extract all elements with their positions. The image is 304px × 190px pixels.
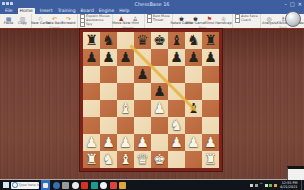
black-rook-piece[interactable]: ♜ [85, 32, 98, 48]
square-g8[interactable]: ♞ [185, 32, 202, 49]
square-a4[interactable] [83, 100, 100, 117]
square-a6[interactable] [83, 66, 100, 83]
taskbar-search-input[interactable]: Type here to search [11, 182, 39, 189]
black-bishop-piece[interactable]: ♝ [170, 32, 183, 48]
white-pawn-piece[interactable]: ♟ [204, 134, 217, 150]
ribbon-group-checks: Best MoveThreat [145, 14, 173, 28]
square-a3[interactable] [83, 117, 100, 134]
white-pawn-piece[interactable]: ♟ [170, 134, 183, 150]
start-button-icon[interactable] [3, 182, 9, 188]
square-c1[interactable]: ♝ [117, 151, 134, 168]
ribbon: ▦Paste▥Copy♘New Game↶Take Back↷ForwardGa… [0, 14, 304, 29]
taskbar-icon-file-explorer[interactable] [119, 182, 126, 189]
square-h5[interactable] [202, 83, 219, 100]
square-a2[interactable]: ♟ [83, 134, 100, 151]
square-c3[interactable] [117, 117, 134, 134]
taskbar-icon-media[interactable] [91, 182, 98, 189]
square-c6[interactable] [117, 66, 134, 83]
square-a5[interactable] [83, 83, 100, 100]
square-e4[interactable]: ♟ [151, 100, 168, 117]
square-f7[interactable]: ♟ [168, 49, 185, 66]
square-h4[interactable] [202, 100, 219, 117]
square-e7[interactable] [151, 49, 168, 66]
search-placeholder: Type here to search [19, 183, 40, 187]
black-pawn-piece[interactable]: ♟ [204, 49, 217, 65]
clock-date: 4/21/2021 [280, 185, 297, 189]
black-bishop-piece[interactable]: ♝ [187, 100, 200, 116]
square-b8[interactable]: ♞ [100, 32, 117, 49]
black-rook-piece[interactable]: ♜ [204, 32, 217, 48]
black-pawn-piece[interactable]: ♟ [136, 66, 149, 82]
square-e1[interactable]: ♚ [151, 151, 168, 168]
square-d8[interactable]: ♛ [134, 32, 151, 49]
black-pawn-piece[interactable]: ♟ [119, 49, 132, 65]
black-king-piece[interactable]: ♚ [153, 32, 166, 48]
ribbon-group-name [2, 26, 29, 29]
tray-icon-network[interactable] [265, 184, 268, 187]
engine-badge-icon[interactable] [285, 11, 301, 27]
square-g5[interactable] [185, 83, 202, 100]
window-title: ChessBase 16 [0, 0, 304, 8]
minimize-button[interactable]: – [285, 0, 288, 8]
white-bishop-piece[interactable]: ♝ [119, 151, 132, 167]
square-a1[interactable]: ♜ [83, 151, 100, 168]
taskbar-icon-browser[interactable] [72, 182, 79, 189]
square-e8[interactable]: ♚ [151, 32, 168, 49]
square-b2[interactable]: ♟ [100, 134, 117, 151]
maximize-button[interactable]: □ [290, 0, 295, 8]
ribbon-button-analysis[interactable]: ◎Analysis [263, 15, 276, 26]
square-h8[interactable]: ♜ [202, 32, 219, 49]
tray-icon-warning[interactable] [274, 184, 277, 187]
tray-icon-antivirus[interactable] [269, 184, 272, 187]
ribbon-button-copy[interactable]: ▥Copy [16, 15, 29, 26]
square-a8[interactable]: ♜ [83, 32, 100, 49]
taskbar-icon-mail[interactable] [62, 182, 69, 189]
black-queen-piece[interactable]: ♛ [136, 32, 149, 48]
square-d7[interactable] [134, 49, 151, 66]
tray-window-icon[interactable] [255, 184, 258, 187]
desktop: ChessBase 16 – □ ✕ FileHomeInsertTrainin… [0, 0, 304, 190]
checkbox-label: Coach [241, 19, 251, 23]
taskbar-active-app-chessbase[interactable] [41, 180, 50, 190]
ribbon-group-moves: ♟Move Now♙HintMoves [113, 14, 145, 28]
ribbon-group-checks: Explain MovesAssistanceSpy [78, 14, 113, 28]
ribbon-checkbox-coach[interactable]: Coach [235, 19, 258, 23]
notification-window[interactable] [287, 166, 304, 180]
square-f4[interactable] [168, 100, 185, 117]
square-c4[interactable]: ♝ [117, 100, 134, 117]
checkbox-icon[interactable] [147, 18, 152, 23]
square-g3[interactable] [185, 117, 202, 134]
square-e2[interactable] [151, 134, 168, 151]
board-window-background: ♜♞♛♚♝♞♜♟♟♟♟♟♟♟♟♝♟♝♞♟♟♟♟♟♟♟♜♞♝♛♚♜ [0, 29, 304, 180]
square-f5[interactable] [168, 83, 185, 100]
white-pawn-piece[interactable]: ♟ [85, 134, 98, 150]
square-h1[interactable]: ♜ [202, 151, 219, 168]
ribbon-button-paste[interactable]: ▦Paste [2, 15, 15, 26]
square-b7[interactable]: ♟ [100, 49, 117, 66]
black-knight-piece[interactable]: ♞ [187, 32, 200, 48]
square-b6[interactable] [100, 66, 117, 83]
square-d6[interactable]: ♟ [134, 66, 151, 83]
square-g2[interactable]: ♟ [185, 134, 202, 151]
taskbar-icon-store[interactable] [81, 182, 88, 189]
white-queen-piece[interactable]: ♛ [136, 151, 149, 167]
square-g6[interactable] [185, 66, 202, 83]
square-d2[interactable]: ♟ [134, 134, 151, 151]
white-king-piece[interactable]: ♚ [153, 151, 166, 167]
ribbon-group-name [235, 24, 258, 28]
square-f8[interactable]: ♝ [168, 32, 185, 49]
square-e5[interactable]: ♟ [151, 83, 168, 100]
chess-board[interactable]: ♜♞♛♚♝♞♜♟♟♟♟♟♟♟♟♝♟♝♞♟♟♟♟♟♟♟♜♞♝♛♚♜ [80, 29, 222, 171]
ribbon-group-icons: ▦Paste▥Copy [0, 14, 32, 28]
white-knight-piece[interactable]: ♞ [102, 151, 115, 167]
system-tray: ^ 12:53 PM 4/21/2021 [250, 180, 304, 190]
ribbon-group-name [147, 24, 170, 28]
white-knight-piece[interactable]: ♞ [170, 117, 183, 133]
black-pawn-piece[interactable]: ♟ [170, 49, 183, 65]
square-c5[interactable] [117, 83, 134, 100]
cortana-icon [12, 182, 18, 188]
taskbar: Type here to search ^ 12:53 PM 4/21/2021 [0, 180, 304, 190]
show-desktop-button[interactable] [301, 180, 304, 190]
ribbon-group-play: ♚Rated Game♚Blitz Game⚑Simul♔HandicapPla… [173, 14, 233, 28]
square-f2[interactable]: ♟ [168, 134, 185, 151]
square-d1[interactable]: ♛ [134, 151, 151, 168]
black-pawn-piece[interactable]: ♟ [102, 49, 115, 65]
taskbar-icon-photos[interactable] [100, 182, 107, 189]
white-pawn-piece[interactable]: ♟ [136, 134, 149, 150]
square-h3[interactable] [202, 117, 219, 134]
checkbox-label: Threat [153, 19, 164, 23]
tray-expand-chevron-icon[interactable]: ^ [259, 180, 263, 190]
square-h6[interactable] [202, 66, 219, 83]
ribbon-group-game: ♘New Game↶Take Back↷ForwardGame [32, 14, 78, 28]
square-b1[interactable]: ♞ [100, 151, 117, 168]
square-d3[interactable] [134, 117, 151, 134]
taskbar-clock[interactable]: 12:53 PM 4/21/2021 [280, 181, 297, 189]
black-pawn-piece[interactable]: ♟ [187, 49, 200, 65]
ribbon-button-hint[interactable]: ♙Hint [129, 15, 142, 26]
white-pawn-piece[interactable]: ♟ [153, 100, 166, 116]
ribbon-button-forward[interactable]: ↷Forward [62, 15, 75, 26]
square-e3[interactable] [151, 117, 168, 134]
titlebar: ChessBase 16 – □ ✕ [0, 0, 304, 8]
square-g7[interactable]: ♟ [185, 49, 202, 66]
square-h7[interactable]: ♟ [202, 49, 219, 66]
close-button[interactable]: ✕ [298, 0, 302, 8]
ribbon-checkbox-threat[interactable]: Threat [147, 19, 170, 23]
black-pawn-piece[interactable]: ♟ [85, 49, 98, 65]
black-pawn-piece[interactable]: ♟ [153, 83, 166, 99]
white-rook-piece[interactable]: ♜ [204, 151, 217, 167]
white-pawn-piece[interactable]: ♟ [102, 134, 115, 150]
white-pawn-piece[interactable]: ♟ [119, 134, 132, 150]
taskbar-icon-edge[interactable] [53, 182, 60, 189]
square-f6[interactable] [168, 66, 185, 83]
square-d4[interactable] [134, 100, 151, 117]
ribbon-button-handicap[interactable]: ♔Handicap [217, 15, 230, 26]
ribbon-button-take-back[interactable]: ↶Take Back [48, 15, 61, 26]
square-c8[interactable] [117, 32, 134, 49]
square-g4[interactable]: ♝ [185, 100, 202, 117]
ribbon-button-blitz-game[interactable]: ♚Blitz Game [189, 15, 202, 26]
white-pawn-piece[interactable]: ♟ [187, 134, 200, 150]
ribbon-button-simul[interactable]: ⚑Simul [203, 15, 216, 26]
square-c7[interactable]: ♟ [117, 49, 134, 66]
square-a7[interactable]: ♟ [83, 49, 100, 66]
black-knight-piece[interactable]: ♞ [102, 32, 115, 48]
square-b5[interactable] [100, 83, 117, 100]
square-c2[interactable]: ♟ [117, 134, 134, 151]
white-rook-piece[interactable]: ♜ [85, 151, 98, 167]
square-f1[interactable] [168, 151, 185, 168]
ribbon-group-name [80, 26, 110, 28]
taskbar-icon-recorder[interactable] [110, 182, 117, 189]
square-d5[interactable] [134, 83, 151, 100]
checkbox-icon[interactable] [235, 18, 240, 23]
square-b4[interactable] [100, 100, 117, 117]
square-e6[interactable] [151, 66, 168, 83]
ribbon-button-move-now[interactable]: ♟Move Now [115, 15, 128, 26]
square-b3[interactable] [100, 117, 117, 134]
square-g1[interactable] [185, 151, 202, 168]
tray-window-icon[interactable] [250, 184, 253, 187]
square-f3[interactable]: ♞ [168, 117, 185, 134]
square-h2[interactable]: ♟ [202, 134, 219, 151]
ribbon-group-checks: Auto SaveCoach [233, 14, 261, 28]
white-bishop-piece[interactable]: ♝ [119, 100, 132, 116]
